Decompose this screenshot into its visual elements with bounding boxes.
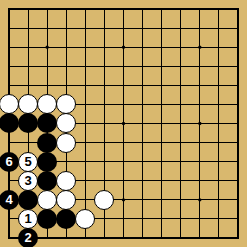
black-stone	[37, 209, 57, 229]
move-number-label: 2	[24, 231, 31, 244]
white-stone	[37, 94, 57, 114]
white-stone: 5	[18, 152, 38, 172]
go-board-diagram: 653412	[0, 0, 247, 247]
white-stone	[75, 209, 95, 229]
black-stone: 6	[0, 152, 19, 172]
move-number-label: 5	[24, 155, 31, 168]
black-stone	[18, 190, 38, 210]
white-stone	[18, 94, 38, 114]
move-number-label: 3	[24, 174, 31, 187]
move-number-label: 6	[5, 155, 12, 168]
black-stone	[37, 152, 57, 172]
black-stone	[56, 209, 76, 229]
black-stone	[37, 171, 57, 191]
white-stone: 1	[18, 209, 38, 229]
black-stone: 4	[0, 190, 19, 210]
white-stone	[0, 94, 19, 114]
white-stone	[94, 190, 114, 210]
black-stone	[0, 113, 19, 133]
black-stone: 2	[18, 228, 38, 247]
black-stone	[37, 133, 57, 153]
black-stone	[18, 113, 38, 133]
go-board[interactable]: 653412	[0, 0, 247, 247]
white-stone	[56, 94, 76, 114]
black-stone	[37, 113, 57, 133]
move-number-label: 1	[24, 212, 31, 225]
white-stone	[56, 171, 76, 191]
white-stone	[56, 190, 76, 210]
white-stone	[56, 113, 76, 133]
move-number-label: 4	[5, 193, 12, 206]
white-stone	[56, 133, 76, 153]
white-stone: 3	[18, 171, 38, 191]
white-stone	[37, 190, 57, 210]
